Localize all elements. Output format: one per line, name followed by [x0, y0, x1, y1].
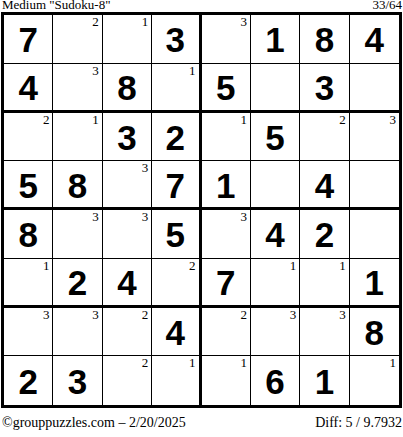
given-digit: 5: [166, 217, 185, 252]
given-digit: 8: [117, 70, 136, 105]
given-digit: 7: [216, 265, 235, 300]
cell-r4c5[interactable]: 1: [202, 161, 251, 210]
pencil-mark: 3: [240, 210, 247, 224]
cell-r2c3[interactable]: 8: [103, 64, 152, 113]
given-digit: 6: [265, 364, 284, 399]
cell-r8c4[interactable]: 1: [152, 356, 201, 405]
cell-r1c3[interactable]: 1: [103, 15, 152, 64]
pencil-mark: 1: [290, 259, 297, 273]
given-digit: 8: [68, 168, 87, 203]
cell-r7c5[interactable]: 2: [202, 308, 251, 357]
cell-r2c2[interactable]: 3: [53, 64, 102, 113]
given-digit: 4: [18, 70, 37, 105]
given-digit: 5: [18, 168, 37, 203]
cell-r6c4[interactable]: 2: [152, 259, 201, 308]
cell-r2c5[interactable]: 5: [202, 64, 251, 113]
given-digit: 2: [68, 265, 87, 300]
pencil-mark: 1: [240, 356, 247, 370]
cell-r8c1[interactable]: 2: [4, 356, 53, 405]
puzzle-header: Medium "Sudoku-8" 33/64: [0, 0, 403, 11]
pencil-mark: 1: [142, 15, 149, 29]
given-digit: 4: [117, 265, 136, 300]
cell-r8c5[interactable]: 1: [202, 356, 251, 405]
cell-r1c4[interactable]: 3: [152, 15, 201, 64]
given-digit: 7: [18, 22, 37, 57]
cell-r4c3[interactable]: 3: [103, 161, 152, 210]
cell-r1c6[interactable]: 1: [251, 15, 300, 64]
cell-r6c6[interactable]: 1: [251, 259, 300, 308]
cell-r5c5[interactable]: 3: [202, 210, 251, 259]
given-digit: 2: [315, 217, 334, 252]
cell-r8c2[interactable]: 3: [53, 356, 102, 405]
cell-r1c7[interactable]: 8: [300, 15, 349, 64]
cell-r7c4[interactable]: 4: [152, 308, 201, 357]
pencil-mark: 1: [189, 64, 196, 78]
cell-r3c3[interactable]: 3: [103, 113, 152, 162]
given-digit: 1: [265, 22, 284, 57]
pencil-mark: 2: [240, 308, 247, 322]
cell-r6c2[interactable]: 2: [53, 259, 102, 308]
pencil-mark: 3: [390, 113, 397, 127]
given-digit: 1: [365, 265, 384, 300]
sudoku-board: 7213318443815321321523583714833534212427…: [1, 12, 402, 408]
cell-r7c6[interactable]: 3: [251, 308, 300, 357]
cell-r3c8[interactable]: 3: [350, 113, 399, 162]
pencil-mark: 3: [92, 64, 99, 78]
cell-r4c7[interactable]: 4: [300, 161, 349, 210]
cell-r6c8[interactable]: 1: [350, 259, 399, 308]
cell-r2c7[interactable]: 3: [300, 64, 349, 113]
cell-r6c7[interactable]: 1: [300, 259, 349, 308]
cell-r5c3[interactable]: 3: [103, 210, 152, 259]
given-digit: 5: [265, 120, 284, 155]
given-digit: 8: [18, 217, 37, 252]
pencil-mark: 3: [240, 15, 247, 29]
pencil-mark: 3: [339, 308, 346, 322]
given-digit: 8: [365, 315, 384, 350]
pencil-mark: 1: [189, 356, 196, 370]
pencil-mark: 3: [290, 308, 297, 322]
cell-r4c8[interactable]: [350, 161, 399, 210]
pencil-mark: 1: [390, 356, 397, 370]
cell-r2c8[interactable]: [350, 64, 399, 113]
difficulty-rating: Diff: 5 / 9.7932: [315, 415, 403, 431]
cell-r7c7[interactable]: 3: [300, 308, 349, 357]
given-digit: 3: [117, 120, 136, 155]
cell-r4c1[interactable]: 5: [4, 161, 53, 210]
cell-r1c2[interactable]: 2: [53, 15, 102, 64]
pencil-mark: 3: [92, 210, 99, 224]
given-digit: 2: [166, 120, 185, 155]
pencil-mark: 2: [339, 113, 346, 127]
pencil-mark: 3: [92, 308, 99, 322]
given-digit: 5: [216, 70, 235, 105]
cell-r5c8[interactable]: [350, 210, 399, 259]
cell-r8c8[interactable]: 1: [350, 356, 399, 405]
cell-r3c7[interactable]: 2: [300, 113, 349, 162]
pencil-mark: 1: [240, 113, 247, 127]
pencil-mark: 2: [189, 259, 196, 273]
cell-r3c1[interactable]: 2: [4, 113, 53, 162]
cell-r5c1[interactable]: 8: [4, 210, 53, 259]
pencil-mark: 3: [142, 161, 149, 175]
given-digit: 4: [265, 217, 284, 252]
cell-r5c4[interactable]: 5: [152, 210, 201, 259]
cell-r6c5[interactable]: 7: [202, 259, 251, 308]
cell-r5c6[interactable]: 4: [251, 210, 300, 259]
given-digit: 3: [68, 364, 87, 399]
cell-r4c6[interactable]: [251, 161, 300, 210]
pencil-mark: 2: [43, 113, 50, 127]
cell-r7c2[interactable]: 3: [53, 308, 102, 357]
cell-r3c4[interactable]: 2: [152, 113, 201, 162]
pencil-mark: 1: [92, 113, 99, 127]
given-digit: 4: [166, 315, 185, 350]
pencil-mark: 2: [142, 308, 149, 322]
cell-r1c8[interactable]: 4: [350, 15, 399, 64]
cell-r4c4[interactable]: 7: [152, 161, 201, 210]
cell-r5c2[interactable]: 3: [53, 210, 102, 259]
cell-r8c6[interactable]: 6: [251, 356, 300, 405]
puzzle-page: Medium "Sudoku-8" 33/64 7213318443815321…: [0, 0, 403, 437]
puzzle-counter: 33/64: [372, 0, 403, 11]
cell-r2c1[interactable]: 4: [4, 64, 53, 113]
puzzle-title: Medium "Sudoku-8": [0, 0, 110, 11]
cell-r2c4[interactable]: 1: [152, 64, 201, 113]
copyright-date: ©grouppuzzles.com – 2/20/2025: [0, 415, 186, 431]
pencil-mark: 3: [43, 308, 50, 322]
cell-r5c7[interactable]: 2: [300, 210, 349, 259]
given-digit: 4: [365, 22, 384, 57]
given-digit: 8: [315, 22, 334, 57]
cell-r3c6[interactable]: 5: [251, 113, 300, 162]
pencil-mark: 2: [142, 356, 149, 370]
pencil-mark: 2: [92, 15, 99, 29]
given-digit: 3: [315, 70, 334, 105]
cell-r6c1[interactable]: 1: [4, 259, 53, 308]
puzzle-footer: ©grouppuzzles.com – 2/20/2025 Diff: 5 / …: [0, 415, 403, 431]
given-digit: 1: [216, 168, 235, 203]
cell-r7c1[interactable]: 3: [4, 308, 53, 357]
pencil-mark: 1: [43, 259, 50, 273]
cell-r3c2[interactable]: 1: [53, 113, 102, 162]
given-digit: 1: [315, 364, 334, 399]
cell-r8c3[interactable]: 2: [103, 356, 152, 405]
cell-r8c7[interactable]: 1: [300, 356, 349, 405]
pencil-mark: 1: [339, 259, 346, 273]
given-digit: 2: [18, 364, 37, 399]
given-digit: 7: [166, 168, 185, 203]
cell-r6c3[interactable]: 4: [103, 259, 152, 308]
cell-r4c2[interactable]: 8: [53, 161, 102, 210]
cell-r1c5[interactable]: 3: [202, 15, 251, 64]
pencil-mark: 3: [142, 210, 149, 224]
cell-r1c1[interactable]: 7: [4, 15, 53, 64]
cell-r7c8[interactable]: 8: [350, 308, 399, 357]
given-digit: 3: [166, 22, 185, 57]
cell-r3c5[interactable]: 1: [202, 113, 251, 162]
given-digit: 4: [315, 168, 334, 203]
cell-r2c6[interactable]: [251, 64, 300, 113]
cell-r7c3[interactable]: 2: [103, 308, 152, 357]
